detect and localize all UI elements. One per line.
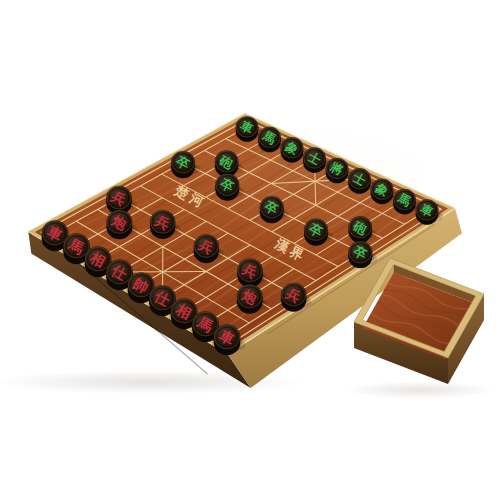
- xiangqi-set-photo: 楚河 漢界 車馬象士砲卒將士卒象兵馬卒車炮兵砲卒車馬兵卒相兵仕帥兵炮仕相馬車: [0, 0, 500, 500]
